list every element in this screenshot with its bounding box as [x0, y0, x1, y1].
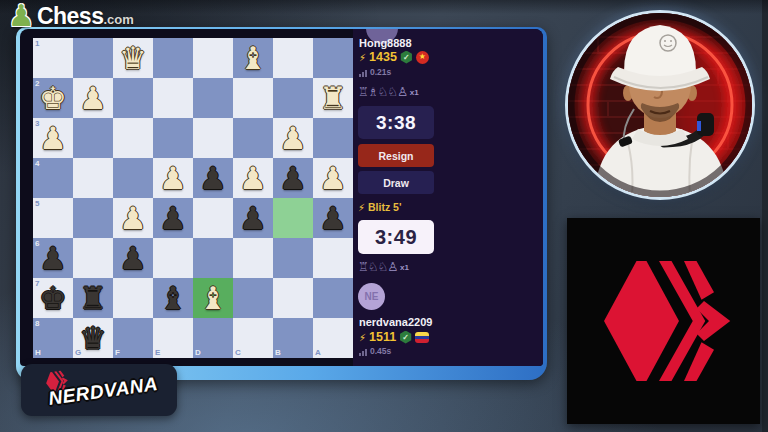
player-bottom-lag-value: 0.45s	[370, 346, 391, 356]
square-b7[interactable]	[273, 278, 313, 318]
white-rook: ♜	[313, 78, 353, 118]
venezuela-flag-icon	[415, 332, 429, 343]
player-bottom-rating: 1511	[369, 330, 396, 344]
square-d5[interactable]	[193, 198, 233, 238]
square-e4[interactable]: ♟	[153, 158, 193, 198]
square-h2[interactable]: 2♚	[33, 78, 73, 118]
square-b5[interactable]	[273, 198, 313, 238]
resign-button[interactable]: Resign	[358, 144, 434, 167]
square-a4[interactable]: ♟	[313, 158, 353, 198]
square-a2[interactable]: ♜	[313, 78, 353, 118]
rank-label: 4	[35, 159, 39, 168]
signal-icon	[359, 349, 367, 356]
square-d2[interactable]	[193, 78, 233, 118]
square-h4[interactable]: 4	[33, 158, 73, 198]
square-d7[interactable]: ♝	[193, 278, 233, 318]
square-c1[interactable]: ♝	[233, 38, 273, 78]
white-pawn: ♟	[153, 158, 193, 198]
square-h1[interactable]: 1	[33, 38, 73, 78]
game-mode-row: ⚡ Blitz 5'	[358, 201, 401, 213]
white-pawn: ♟	[73, 78, 113, 118]
square-g3[interactable]	[73, 118, 113, 158]
square-a7[interactable]	[313, 278, 353, 318]
captured-pieces-bottom: ♖♘♘♙ x1	[358, 260, 409, 274]
webcam-scene	[568, 13, 752, 197]
clock-top: 3:38	[358, 106, 434, 139]
square-h7[interactable]: 7♚	[33, 278, 73, 318]
square-f1[interactable]: ♛	[113, 38, 153, 78]
captured-mult-bottom: x1	[400, 263, 409, 272]
logo-brand-text: Chess	[37, 3, 104, 30]
file-label: D	[195, 348, 201, 357]
streamer-webcam	[565, 10, 755, 200]
hive-logo-icon	[589, 246, 739, 396]
square-b1[interactable]	[273, 38, 313, 78]
player-bottom-name[interactable]: nerdvana2209	[359, 316, 432, 328]
square-f5[interactable]: ♟	[113, 198, 153, 238]
file-label: B	[275, 348, 281, 357]
square-h3[interactable]: 3♟	[33, 118, 73, 158]
square-e5[interactable]: ♟	[153, 198, 193, 238]
square-f2[interactable]	[113, 78, 153, 118]
vietnam-flag-icon: ★	[416, 51, 429, 64]
draw-button[interactable]: Draw	[358, 171, 434, 194]
game-mode-label: Blitz 5'	[368, 201, 401, 213]
verified-badge-icon: ✓	[400, 51, 413, 64]
square-f4[interactable]	[113, 158, 153, 198]
square-c7[interactable]	[233, 278, 273, 318]
game-window: 1♛♝2♚♟♜3♟♟4♟♟♟♟♟5♟♟♟♟6♟♟7♚♜♝♝8HG♛FEDCBA …	[16, 27, 547, 380]
white-pawn: ♟	[313, 158, 353, 198]
square-b2[interactable]	[273, 78, 313, 118]
white-queen: ♛	[113, 38, 153, 78]
rank-label: 1	[35, 39, 39, 48]
square-c4[interactable]: ♟	[233, 158, 273, 198]
square-b8[interactable]: B	[273, 318, 313, 358]
square-d4[interactable]: ♟	[193, 158, 233, 198]
square-e6[interactable]	[153, 238, 193, 278]
black-bishop: ♝	[153, 278, 193, 318]
square-d6[interactable]	[193, 238, 233, 278]
square-e2[interactable]	[153, 78, 193, 118]
square-h6[interactable]: 6♟	[33, 238, 73, 278]
captured-glyphs-top: ♖♗♘♘♙	[358, 85, 407, 99]
rank-label: 6	[35, 239, 39, 248]
black-pawn: ♟	[313, 198, 353, 238]
signal-icon	[359, 70, 367, 77]
white-pawn: ♟	[273, 118, 313, 158]
verified-badge-icon: ✓	[399, 331, 412, 344]
white-pawn: ♟	[233, 158, 273, 198]
square-d1[interactable]	[193, 38, 233, 78]
blitz-bolt-icon: ⚡	[359, 52, 366, 63]
square-b4[interactable]: ♟	[273, 158, 313, 198]
square-d8[interactable]: D	[193, 318, 233, 358]
square-c5[interactable]: ♟	[233, 198, 273, 238]
square-h8[interactable]: 8H	[33, 318, 73, 358]
white-bishop: ♝	[233, 38, 273, 78]
file-label: G	[75, 348, 81, 357]
square-e8[interactable]: E	[153, 318, 193, 358]
square-a6[interactable]	[313, 238, 353, 278]
square-f3[interactable]	[113, 118, 153, 158]
player-top-lag: 0.21s	[359, 67, 391, 77]
pawn-icon: ♟	[8, 1, 35, 31]
file-label: C	[235, 348, 241, 357]
black-pawn: ♟	[233, 198, 273, 238]
square-g6[interactable]	[73, 238, 113, 278]
side-panel: Hong8888 ⚡ 1435 ✓ ★ 0.21s ♖♗♘♘♙ x1 3:38 …	[353, 29, 543, 366]
logo-tld-text: .com	[103, 12, 133, 27]
square-h5[interactable]: 5	[33, 198, 73, 238]
screen-right-vignette	[762, 0, 768, 432]
file-label: F	[115, 348, 120, 357]
square-e7[interactable]: ♝	[153, 278, 193, 318]
black-pawn: ♟	[273, 158, 313, 198]
white-pawn: ♟	[113, 198, 153, 238]
square-g5[interactable]	[73, 198, 113, 238]
captured-mult-top: x1	[410, 88, 419, 97]
square-d3[interactable]	[193, 118, 233, 158]
square-g4[interactable]	[73, 158, 113, 198]
file-label: A	[315, 348, 321, 357]
captured-pieces-top: ♖♗♘♘♙ x1	[358, 85, 419, 99]
player-top-rating-row: ⚡ 1435 ✓ ★	[359, 50, 429, 64]
blitz-bolt-icon: ⚡	[358, 202, 365, 213]
square-e1[interactable]	[153, 38, 193, 78]
player-top-rating: 1435	[369, 50, 397, 64]
square-e3[interactable]	[153, 118, 193, 158]
player-bottom-lag: 0.45s	[359, 346, 391, 356]
black-pawn: ♟	[153, 198, 193, 238]
rank-label: 8	[35, 319, 39, 328]
black-rook: ♜	[73, 278, 113, 318]
square-c6[interactable]	[233, 238, 273, 278]
player-bottom-rating-row: ⚡ 1511 ✓	[359, 330, 429, 344]
player-top-name[interactable]: Hong8888	[359, 37, 412, 49]
rank-label: 2	[35, 79, 39, 88]
square-a1[interactable]	[313, 38, 353, 78]
rank-label: 5	[35, 199, 39, 208]
nerdvana-banner: NERDVANA	[21, 364, 177, 416]
black-pawn: ♟	[113, 238, 153, 278]
chess-board: 1♛♝2♚♟♜3♟♟4♟♟♟♟♟5♟♟♟♟6♟♟7♚♜♝♝8HG♛FEDCBA	[33, 38, 353, 358]
square-c2[interactable]	[233, 78, 273, 118]
window-bezel: 1♛♝2♚♟♜3♟♟4♟♟♟♟♟5♟♟♟♟6♟♟7♚♜♝♝8HG♛FEDCBA …	[20, 29, 543, 366]
white-bishop: ♝	[193, 278, 233, 318]
square-g2[interactable]: ♟	[73, 78, 113, 118]
square-a8[interactable]: A	[313, 318, 353, 358]
square-g8[interactable]: G♛	[73, 318, 113, 358]
square-f7[interactable]	[113, 278, 153, 318]
square-g7[interactable]: ♜	[73, 278, 113, 318]
square-g1[interactable]	[73, 38, 113, 78]
captured-glyphs-bottom: ♖♘♘♙	[358, 260, 397, 274]
black-pawn: ♟	[193, 158, 233, 198]
clock-bottom: 3:49	[358, 220, 434, 254]
player-top-lag-value: 0.21s	[370, 67, 391, 77]
square-a5[interactable]: ♟	[313, 198, 353, 238]
player-bottom-avatar[interactable]: NE	[358, 283, 385, 310]
rank-label: 3	[35, 119, 39, 128]
file-label: H	[35, 348, 41, 357]
square-b6[interactable]	[273, 238, 313, 278]
square-f8[interactable]: F	[113, 318, 153, 358]
square-c3[interactable]	[233, 118, 273, 158]
square-f6[interactable]: ♟	[113, 238, 153, 278]
square-c8[interactable]: C	[233, 318, 273, 358]
square-a3[interactable]	[313, 118, 353, 158]
hive-logo-box	[567, 218, 760, 424]
square-b3[interactable]: ♟	[273, 118, 313, 158]
blitz-bolt-icon: ⚡	[359, 332, 366, 343]
rank-label: 7	[35, 279, 39, 288]
chesscom-logo: ♟ Chess .com	[8, 0, 134, 34]
